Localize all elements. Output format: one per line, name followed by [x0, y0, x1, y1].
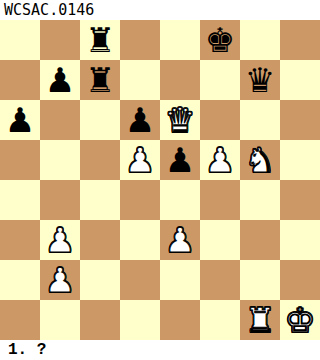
square-e5[interactable]: ♟: [160, 140, 200, 180]
piece-black-pawn: ♟: [0, 100, 40, 140]
square-f6[interactable]: [200, 100, 240, 140]
square-b5[interactable]: [40, 140, 80, 180]
square-f4[interactable]: [200, 180, 240, 220]
square-a1[interactable]: [0, 300, 40, 340]
square-a6[interactable]: ♟: [0, 100, 40, 140]
square-e6[interactable]: ♛: [160, 100, 200, 140]
square-c7[interactable]: ♜: [80, 60, 120, 100]
square-b7[interactable]: ♟: [40, 60, 80, 100]
piece-white-rook: ♜: [240, 300, 280, 340]
square-a2[interactable]: [0, 260, 40, 300]
square-d1[interactable]: [120, 300, 160, 340]
piece-white-queen: ♛: [160, 100, 200, 140]
square-g6[interactable]: [240, 100, 280, 140]
square-c5[interactable]: [80, 140, 120, 180]
square-g8[interactable]: [240, 20, 280, 60]
square-c3[interactable]: [80, 220, 120, 260]
square-b6[interactable]: [40, 100, 80, 140]
move-prompt: 1. ?: [0, 340, 320, 360]
square-f2[interactable]: [200, 260, 240, 300]
piece-black-rook: ♜: [80, 20, 120, 60]
square-d2[interactable]: [120, 260, 160, 300]
square-a5[interactable]: [0, 140, 40, 180]
square-c4[interactable]: [80, 180, 120, 220]
square-e7[interactable]: [160, 60, 200, 100]
piece-black-king: ♚: [200, 20, 240, 60]
square-h5[interactable]: [280, 140, 320, 180]
square-c1[interactable]: [80, 300, 120, 340]
square-f3[interactable]: [200, 220, 240, 260]
square-h7[interactable]: [280, 60, 320, 100]
square-h4[interactable]: [280, 180, 320, 220]
square-g5[interactable]: ♞: [240, 140, 280, 180]
square-a3[interactable]: [0, 220, 40, 260]
square-b2[interactable]: ♟: [40, 260, 80, 300]
square-h6[interactable]: [280, 100, 320, 140]
piece-white-king: ♚: [280, 300, 320, 340]
square-b8[interactable]: [40, 20, 80, 60]
square-d3[interactable]: [120, 220, 160, 260]
piece-black-pawn: ♟: [120, 100, 160, 140]
square-b1[interactable]: [40, 300, 80, 340]
square-d6[interactable]: ♟: [120, 100, 160, 140]
square-f1[interactable]: [200, 300, 240, 340]
square-c2[interactable]: [80, 260, 120, 300]
square-e3[interactable]: ♟: [160, 220, 200, 260]
square-g7[interactable]: ♛: [240, 60, 280, 100]
square-d8[interactable]: [120, 20, 160, 60]
square-d7[interactable]: [120, 60, 160, 100]
piece-white-pawn: ♟: [40, 260, 80, 300]
chess-diagram-page: WCSAC.0146 ♜♚♟♜♛♟♟♛♟♟♟♞♟♟♟♜♚ 1. ?: [0, 0, 320, 360]
square-h2[interactable]: [280, 260, 320, 300]
piece-white-knight: ♞: [240, 140, 280, 180]
square-b4[interactable]: [40, 180, 80, 220]
square-c8[interactable]: ♜: [80, 20, 120, 60]
square-h8[interactable]: [280, 20, 320, 60]
piece-black-pawn: ♟: [160, 140, 200, 180]
diagram-title: WCSAC.0146: [0, 0, 320, 20]
square-f5[interactable]: ♟: [200, 140, 240, 180]
piece-black-rook: ♜: [80, 60, 120, 100]
square-e1[interactable]: [160, 300, 200, 340]
square-e4[interactable]: [160, 180, 200, 220]
piece-white-pawn: ♟: [40, 220, 80, 260]
piece-black-pawn: ♟: [40, 60, 80, 100]
square-a7[interactable]: [0, 60, 40, 100]
square-f7[interactable]: [200, 60, 240, 100]
square-g1[interactable]: ♜: [240, 300, 280, 340]
square-e2[interactable]: [160, 260, 200, 300]
piece-white-pawn: ♟: [120, 140, 160, 180]
square-h1[interactable]: ♚: [280, 300, 320, 340]
chess-board: ♜♚♟♜♛♟♟♛♟♟♟♞♟♟♟♜♚: [0, 20, 320, 340]
piece-white-pawn: ♟: [200, 140, 240, 180]
square-d4[interactable]: [120, 180, 160, 220]
piece-white-pawn: ♟: [160, 220, 200, 260]
square-g2[interactable]: [240, 260, 280, 300]
square-b3[interactable]: ♟: [40, 220, 80, 260]
square-a4[interactable]: [0, 180, 40, 220]
square-h3[interactable]: [280, 220, 320, 260]
square-a8[interactable]: [0, 20, 40, 60]
square-e8[interactable]: [160, 20, 200, 60]
square-g4[interactable]: [240, 180, 280, 220]
square-f8[interactable]: ♚: [200, 20, 240, 60]
piece-black-queen: ♛: [240, 60, 280, 100]
square-c6[interactable]: [80, 100, 120, 140]
square-d5[interactable]: ♟: [120, 140, 160, 180]
square-g3[interactable]: [240, 220, 280, 260]
